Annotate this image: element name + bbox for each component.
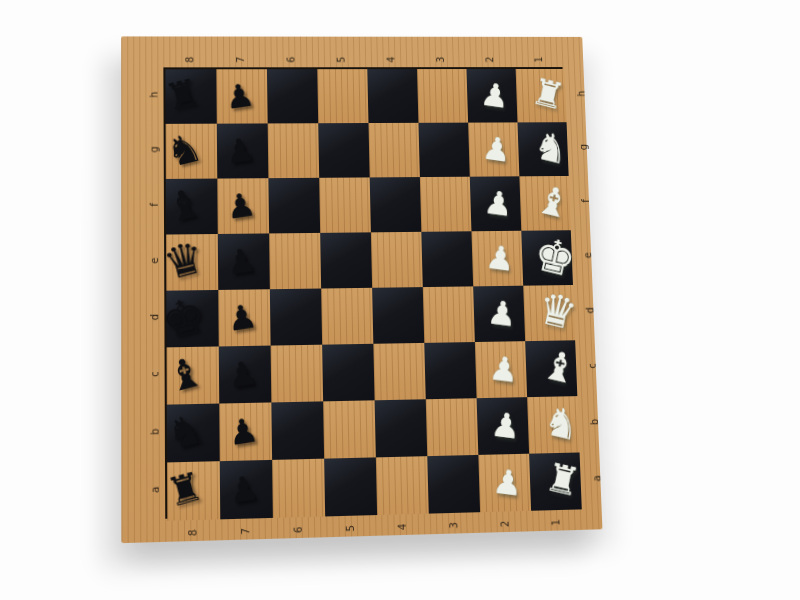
rank-labels-top: 87654321 (163, 52, 562, 67)
square-f6[interactable] (268, 178, 320, 234)
square-f8[interactable]: ♝ (166, 179, 218, 235)
square-d3[interactable] (423, 286, 475, 343)
square-d6[interactable] (270, 289, 322, 346)
square-h3[interactable] (417, 69, 468, 123)
piece-white-pawn-b2[interactable]: ♟ (489, 407, 522, 444)
piece-black-pawn-e7[interactable]: ♟ (224, 242, 259, 279)
piece-black-pawn-f7[interactable]: ♟ (223, 187, 257, 224)
piece-white-pawn-f2[interactable]: ♟ (482, 185, 514, 221)
piece-black-pawn-g7[interactable]: ♟ (223, 132, 257, 168)
piece-white-rook-a1[interactable]: ♜ (543, 457, 584, 502)
square-g4[interactable] (368, 123, 419, 178)
piece-black-pawn-c7[interactable]: ♟ (225, 355, 260, 393)
piece-white-rook-h1[interactable]: ♜ (529, 73, 568, 116)
piece-white-bishop-c1[interactable]: ♝ (538, 344, 581, 391)
square-d4[interactable] (372, 287, 424, 344)
square-c2[interactable]: ♟ (475, 341, 527, 398)
square-a8[interactable]: ♜ (167, 461, 220, 521)
piece-white-pawn-c2[interactable]: ♟ (487, 351, 520, 387)
piece-white-bishop-f1[interactable]: ♝ (532, 179, 574, 225)
square-e4[interactable] (371, 232, 423, 288)
square-a6[interactable] (272, 459, 325, 518)
square-h1[interactable]: ♜ (516, 69, 567, 122)
board-inner: 87654321 87654321 hgfedcba hgfedcba ♜♟♟♜… (143, 52, 616, 549)
piece-white-pawn-h2[interactable]: ♟ (479, 77, 511, 112)
square-d8[interactable]: ♚ (166, 290, 218, 347)
square-f5[interactable] (319, 177, 371, 232)
piece-white-pawn-d2[interactable]: ♟ (486, 295, 518, 331)
square-b8[interactable]: ♞ (167, 404, 220, 463)
square-c6[interactable] (271, 345, 324, 403)
piece-white-knight-g1[interactable]: ♞ (530, 125, 572, 170)
piece-black-rook-h8[interactable]: ♜ (162, 73, 205, 117)
square-e7[interactable]: ♟ (218, 233, 270, 290)
square-b2[interactable]: ♟ (477, 397, 530, 455)
piece-black-pawn-a7[interactable]: ♟ (226, 469, 261, 508)
square-c3[interactable] (424, 342, 476, 399)
piece-white-queen-d1[interactable]: ♛ (534, 286, 581, 337)
square-f4[interactable] (370, 177, 422, 232)
square-f7[interactable]: ♟ (217, 178, 269, 234)
square-a4[interactable] (376, 456, 429, 515)
square-h2[interactable]: ♟ (466, 69, 517, 123)
square-g7[interactable]: ♟ (217, 123, 269, 178)
square-f1[interactable]: ♝ (519, 176, 570, 231)
square-g5[interactable] (318, 123, 369, 178)
square-b5[interactable] (323, 400, 376, 458)
square-b7[interactable]: ♟ (219, 402, 272, 461)
square-h8[interactable]: ♜ (165, 69, 216, 124)
square-a7[interactable]: ♟ (220, 460, 273, 519)
square-a2[interactable]: ♟ (478, 454, 531, 512)
square-h6[interactable] (267, 69, 318, 123)
piece-black-knight-g8[interactable]: ♞ (161, 126, 206, 173)
square-g8[interactable]: ♞ (166, 124, 218, 179)
square-a1[interactable]: ♜ (529, 452, 582, 510)
piece-black-knight-b8[interactable]: ♞ (162, 407, 208, 457)
square-b4[interactable] (375, 399, 428, 457)
square-e1[interactable]: ♚ (521, 230, 573, 285)
square-d2[interactable]: ♟ (473, 286, 525, 342)
piece-black-pawn-b7[interactable]: ♟ (225, 412, 260, 450)
square-b1[interactable]: ♞ (527, 396, 579, 454)
square-a3[interactable] (427, 455, 480, 514)
play-grid: ♜♟♟♜♞♟♟♞♝♟♟♝♛♟♟♚♚♟♟♛♝♟♟♝♞♟♟♞♜♟♟♜ (163, 67, 579, 519)
square-c7[interactable]: ♟ (219, 346, 272, 404)
square-e6[interactable] (269, 233, 321, 289)
square-c4[interactable] (373, 343, 425, 400)
piece-white-knight-b1[interactable]: ♞ (540, 399, 583, 446)
piece-black-bishop-f8[interactable]: ♝ (161, 181, 206, 228)
piece-white-pawn-a2[interactable]: ♟ (491, 464, 524, 501)
square-f2[interactable]: ♟ (470, 176, 522, 231)
chess-board: 87654321 87654321 hgfedcba hgfedcba ♜♟♟♜… (121, 36, 602, 543)
square-f3[interactable] (420, 177, 472, 232)
square-e5[interactable] (320, 232, 372, 288)
piece-black-pawn-h7[interactable]: ♟ (222, 78, 256, 114)
square-c5[interactable] (322, 344, 374, 402)
piece-white-pawn-g2[interactable]: ♟ (480, 131, 512, 166)
square-c1[interactable]: ♝ (525, 340, 577, 397)
square-d5[interactable] (321, 288, 373, 345)
piece-black-bishop-c8[interactable]: ♝ (162, 350, 208, 399)
square-e3[interactable] (421, 231, 473, 287)
square-g6[interactable] (268, 123, 320, 178)
piece-black-king-d8[interactable]: ♚ (157, 289, 211, 346)
square-c8[interactable]: ♝ (167, 346, 220, 404)
square-e8[interactable]: ♛ (166, 234, 218, 291)
square-b3[interactable] (426, 398, 479, 456)
square-e2[interactable]: ♟ (471, 231, 523, 287)
piece-black-rook-a8[interactable]: ♜ (164, 466, 208, 514)
square-h7[interactable]: ♟ (216, 69, 267, 123)
square-g2[interactable]: ♟ (468, 122, 519, 176)
square-a5[interactable] (324, 457, 377, 516)
square-h5[interactable] (317, 69, 368, 123)
piece-white-pawn-e2[interactable]: ♟ (484, 240, 516, 276)
piece-black-queen-e8[interactable]: ♛ (159, 235, 209, 288)
square-g1[interactable]: ♞ (517, 122, 568, 176)
photo-scene: 87654321 87654321 hgfedcba hgfedcba ♜♟♟♜… (0, 0, 800, 600)
square-d1[interactable]: ♛ (523, 285, 575, 341)
piece-black-pawn-d7[interactable]: ♟ (224, 298, 259, 335)
square-g3[interactable] (418, 123, 469, 177)
square-h4[interactable] (367, 69, 418, 123)
square-d7[interactable]: ♟ (218, 289, 270, 346)
square-b6[interactable] (271, 401, 324, 460)
